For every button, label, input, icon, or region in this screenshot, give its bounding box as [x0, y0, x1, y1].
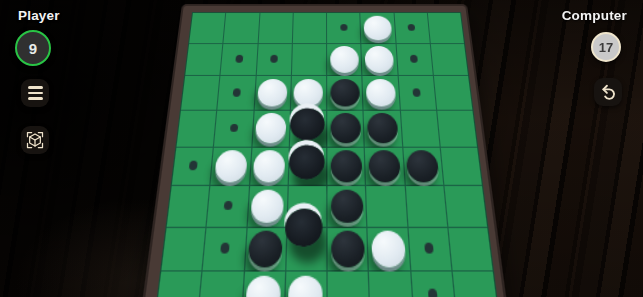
board-cell-r5c3[interactable] [250, 147, 289, 185]
board-cell-r1c6[interactable] [361, 13, 395, 43]
board-cell-r4c1[interactable] [177, 111, 217, 146]
black-disc [330, 189, 363, 223]
legal-move-dot [220, 243, 230, 253]
board-cell-r8c7[interactable] [411, 272, 456, 297]
black-disc [406, 150, 440, 182]
white-disc [257, 79, 288, 107]
board-cell-r5c5[interactable] [327, 147, 365, 185]
black-disc [368, 150, 401, 182]
board-cell-r3c1[interactable] [181, 76, 220, 109]
board-cell-r6c2[interactable] [207, 186, 248, 226]
board-cell-r2c6[interactable] [362, 44, 397, 75]
legal-move-dot [270, 55, 278, 63]
board-cell-r6c7[interactable] [405, 186, 447, 226]
flipping-disc [289, 106, 327, 143]
undo-button[interactable] [594, 78, 622, 106]
legal-move-dot [340, 24, 347, 31]
white-disc [288, 276, 323, 297]
board-cell-r5c6[interactable] [365, 147, 404, 185]
player-score-badge: 9 [15, 30, 51, 66]
board-cell-r5c2[interactable] [211, 147, 251, 185]
legal-move-dot [410, 55, 418, 63]
white-disc [371, 231, 406, 267]
board-cell-r6c1[interactable] [167, 186, 210, 226]
white-disc [363, 15, 392, 40]
board-cell-r5c4[interactable] [289, 147, 327, 185]
legal-move-dot [408, 24, 416, 31]
board-cell-r7c7[interactable] [408, 228, 451, 271]
board-cell-r4c2[interactable] [214, 111, 253, 146]
board-cell-r4c7[interactable] [400, 111, 439, 146]
black-disc [330, 113, 361, 143]
board-cell-r8c1[interactable] [156, 272, 202, 297]
board-cell-r7c6[interactable] [368, 228, 410, 271]
board-cell-r1c1[interactable] [189, 13, 225, 43]
3d-view-cube-icon [25, 130, 45, 150]
legal-move-dot [235, 55, 243, 63]
board-cell-r2c2[interactable] [221, 44, 257, 75]
menu-button[interactable] [21, 79, 49, 107]
board-cell-r3c4[interactable] [291, 76, 326, 109]
board-cell-r2c8[interactable] [431, 44, 468, 75]
board-cell-r5c7[interactable] [403, 147, 443, 185]
board-cell-r4c3[interactable] [252, 111, 290, 146]
board-cell-r3c8[interactable] [434, 76, 473, 109]
player-label: Player [18, 8, 60, 23]
board-cell-r7c2[interactable] [203, 228, 246, 271]
board-cell-r8c3[interactable] [242, 272, 285, 297]
white-disc [253, 150, 286, 182]
legal-move-dot [223, 201, 232, 211]
board-cell-r7c8[interactable] [448, 228, 492, 271]
black-disc [331, 231, 365, 267]
player-score-value: 9 [29, 40, 37, 57]
board-cell-r7c1[interactable] [161, 228, 205, 271]
board-cell-r1c3[interactable] [258, 13, 292, 43]
board-cell-r1c7[interactable] [394, 13, 429, 43]
board-cell-r8c2[interactable] [199, 272, 244, 297]
board-frame [137, 4, 513, 297]
board-cell-r5c1[interactable] [172, 147, 213, 185]
board-cell-r4c6[interactable] [364, 111, 402, 146]
white-disc [364, 46, 394, 72]
board-cell-r1c2[interactable] [224, 13, 259, 43]
board-cell-r4c8[interactable] [437, 111, 477, 146]
board-cell-r3c5[interactable] [327, 76, 363, 109]
board-cell-r2c3[interactable] [256, 44, 291, 75]
white-disc [366, 79, 397, 107]
black-disc [248, 231, 283, 267]
legal-move-dot [232, 88, 240, 96]
black-disc [330, 150, 362, 182]
board-cell-r4c4[interactable] [290, 111, 327, 146]
board-cell-r3c2[interactable] [218, 76, 255, 109]
white-disc [250, 189, 284, 223]
board-cell-r1c5[interactable] [327, 13, 360, 43]
board-cell-r5c8[interactable] [440, 147, 481, 185]
board-cell-r1c8[interactable] [428, 13, 464, 43]
board-cell-r7c3[interactable] [244, 228, 286, 271]
board-cell-r2c5[interactable] [327, 44, 361, 75]
black-disc [367, 113, 399, 143]
board-cell-r2c7[interactable] [396, 44, 432, 75]
board-cell-r6c5[interactable] [327, 186, 366, 226]
undo-arrow-icon [599, 83, 618, 102]
flipping-disc [288, 142, 327, 181]
board-cell-r8c6[interactable] [369, 272, 412, 297]
board-grid [154, 12, 500, 297]
legal-move-dot [413, 88, 421, 96]
legal-move-dot [230, 124, 239, 132]
legal-move-dot [188, 161, 197, 170]
white-disc [214, 150, 248, 182]
white-disc [255, 113, 287, 143]
black-disc [330, 79, 360, 107]
board-cell-r8c8[interactable] [452, 272, 498, 297]
computer-score-badge: 17 [591, 32, 621, 62]
legal-move-dot [424, 243, 434, 253]
hamburger-menu-icon [28, 86, 43, 100]
view-3d-button[interactable] [21, 126, 49, 154]
board-cell-r2c1[interactable] [185, 44, 222, 75]
computer-score-value: 17 [599, 40, 613, 55]
board-cell-r7c5[interactable] [328, 228, 368, 271]
board-cell-r2c4[interactable] [292, 44, 326, 75]
board-cell-r7c4[interactable] [286, 228, 326, 271]
legal-move-dot [428, 289, 438, 297]
board-cell-r4c5[interactable] [327, 111, 364, 146]
board-cell-r8c5[interactable] [328, 272, 370, 297]
white-disc [245, 276, 281, 297]
board-cell-r8c4[interactable] [285, 272, 327, 297]
board-cell-r3c7[interactable] [398, 76, 436, 109]
white-disc [330, 46, 359, 72]
board-cell-r6c6[interactable] [366, 186, 406, 226]
board-cell-r3c6[interactable] [363, 76, 400, 109]
board-cell-r1c4[interactable] [293, 13, 326, 43]
computer-label: Computer [562, 8, 627, 23]
board-cell-r6c8[interactable] [444, 186, 487, 226]
white-disc [294, 79, 324, 107]
board-cell-r3c3[interactable] [254, 76, 290, 109]
board-cell-r6c3[interactable] [247, 186, 287, 226]
